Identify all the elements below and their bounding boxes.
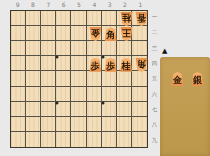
board-cell-1六[interactable] xyxy=(132,87,147,102)
rank-label: 三 xyxy=(150,41,159,56)
board-cell-3五[interactable] xyxy=(102,71,117,86)
board-cell-9一[interactable] xyxy=(11,11,26,26)
board-cell-7二[interactable] xyxy=(41,26,56,41)
board-cell-7三[interactable] xyxy=(41,41,56,56)
file-label-9: 9 xyxy=(10,1,25,9)
board-cell-4九[interactable] xyxy=(87,132,102,147)
board-cell-4七[interactable] xyxy=(87,102,102,117)
board-cell-1二[interactable] xyxy=(132,26,147,41)
board-cell-6八[interactable] xyxy=(56,117,71,132)
board-cell-2九[interactable] xyxy=(117,132,132,147)
star-point xyxy=(102,56,105,59)
board-cell-3一[interactable] xyxy=(102,11,117,26)
board-cell-8四[interactable] xyxy=(26,56,41,71)
board-cell-1九[interactable] xyxy=(132,132,147,147)
board-cell-3六[interactable] xyxy=(102,87,117,102)
file-label-1: 1 xyxy=(133,1,148,9)
file-coordinates: 987654321 xyxy=(10,1,148,9)
shogi-board: 桂香金角王歩歩桂角 xyxy=(10,10,148,148)
piece-glyph: 金 xyxy=(173,74,182,87)
board-cell-7八[interactable] xyxy=(41,117,56,132)
board-cell-2五[interactable] xyxy=(117,71,132,86)
piece-glyph: 香 xyxy=(137,11,146,24)
board-cell-4三[interactable] xyxy=(87,41,102,56)
piece-glyph: 桂 xyxy=(122,59,131,72)
file-label-5: 5 xyxy=(71,1,86,9)
piece-glyph: 金 xyxy=(91,27,100,40)
rank-label: 九 xyxy=(150,133,159,148)
rank-label: 五 xyxy=(150,71,159,86)
board-cell-6七[interactable] xyxy=(56,102,71,117)
board-cell-9三[interactable] xyxy=(11,41,26,56)
star-point xyxy=(56,102,59,105)
board-cell-5四[interactable] xyxy=(71,56,86,71)
board-cell-9二[interactable] xyxy=(11,26,26,41)
board-cell-3八[interactable] xyxy=(102,117,117,132)
shogi-diagram: 987654321 一二三四五六七八九 桂香金角王歩歩桂角 ▲ 金銀 xyxy=(0,0,210,156)
piece-glyph: 角 xyxy=(106,29,115,42)
board-cell-3九[interactable] xyxy=(102,132,117,147)
board-cell-5一[interactable] xyxy=(71,11,86,26)
board-cell-7一[interactable] xyxy=(41,11,56,26)
board-cell-2三[interactable] xyxy=(117,41,132,56)
board-cell-6五[interactable] xyxy=(56,71,71,86)
board-cell-8五[interactable] xyxy=(26,71,41,86)
board-cell-6九[interactable] xyxy=(56,132,71,147)
board-cell-5七[interactable] xyxy=(71,102,86,117)
board-cell-5三[interactable] xyxy=(71,41,86,56)
board-cell-7六[interactable] xyxy=(41,87,56,102)
rank-coordinates: 一二三四五六七八九 xyxy=(150,10,159,148)
board-cell-2六[interactable] xyxy=(117,87,132,102)
board-cell-2八[interactable] xyxy=(117,117,132,132)
board-cell-9九[interactable] xyxy=(11,132,26,147)
piece-glyph: 銀 xyxy=(193,74,202,87)
board-cell-6一[interactable] xyxy=(56,11,71,26)
board-cell-8三[interactable] xyxy=(26,41,41,56)
board-cell-4五[interactable] xyxy=(87,71,102,86)
board-cell-6六[interactable] xyxy=(56,87,71,102)
board-cell-8七[interactable] xyxy=(26,102,41,117)
board-cell-4六[interactable] xyxy=(87,87,102,102)
board-cell-7四[interactable] xyxy=(41,56,56,71)
file-label-3: 3 xyxy=(102,1,117,9)
rank-label: 六 xyxy=(150,87,159,102)
rank-label: 一 xyxy=(150,10,159,25)
board-cell-8一[interactable] xyxy=(26,11,41,26)
rank-label: 八 xyxy=(150,117,159,132)
board-cell-8八[interactable] xyxy=(26,117,41,132)
file-label-4: 4 xyxy=(87,1,102,9)
rank-label: 四 xyxy=(150,56,159,71)
file-label-6: 6 xyxy=(56,1,71,9)
board-cell-7五[interactable] xyxy=(41,71,56,86)
board-cell-8六[interactable] xyxy=(26,87,41,102)
rank-label: 二 xyxy=(150,25,159,40)
board-cell-5二[interactable] xyxy=(71,26,86,41)
piece-glyph: 桂 xyxy=(122,11,131,24)
star-point xyxy=(102,102,105,105)
board-cell-4八[interactable] xyxy=(87,117,102,132)
board-cell-4一[interactable] xyxy=(87,11,102,26)
board-cell-5六[interactable] xyxy=(71,87,86,102)
board-cell-5八[interactable] xyxy=(71,117,86,132)
file-label-2: 2 xyxy=(117,1,132,9)
board-cell-7七[interactable] xyxy=(41,102,56,117)
board-cell-1八[interactable] xyxy=(132,117,147,132)
piece-glyph: 歩 xyxy=(106,59,115,72)
piece-stand xyxy=(160,57,210,156)
sente-turn-marker: ▲ xyxy=(162,47,167,55)
board-cell-6二[interactable] xyxy=(56,26,71,41)
board-cell-9五[interactable] xyxy=(11,71,26,86)
piece-glyph: 歩 xyxy=(91,59,100,72)
file-label-8: 8 xyxy=(25,1,40,9)
board-cell-3三[interactable] xyxy=(102,41,117,56)
board-cell-9八[interactable] xyxy=(11,117,26,132)
piece-glyph: 角 xyxy=(137,57,146,70)
board-cell-8九[interactable] xyxy=(26,132,41,147)
board-cell-5九[interactable] xyxy=(71,132,86,147)
board-cell-2七[interactable] xyxy=(117,102,132,117)
board-cell-1七[interactable] xyxy=(132,102,147,117)
board-cell-9四[interactable] xyxy=(11,56,26,71)
board-cell-9六[interactable] xyxy=(11,87,26,102)
board-cell-8二[interactable] xyxy=(26,26,41,41)
board-cell-6四[interactable] xyxy=(56,56,71,71)
star-point xyxy=(56,56,59,59)
board-cell-9七[interactable] xyxy=(11,102,26,117)
board-cell-6三[interactable] xyxy=(56,41,71,56)
board-cell-7九[interactable] xyxy=(41,132,56,147)
piece-glyph: 王 xyxy=(122,27,131,40)
board-cell-1三[interactable] xyxy=(132,41,147,56)
rank-label: 七 xyxy=(150,102,159,117)
board-cell-1五[interactable] xyxy=(132,71,147,86)
file-label-7: 7 xyxy=(41,1,56,9)
board-cell-5五[interactable] xyxy=(71,71,86,86)
